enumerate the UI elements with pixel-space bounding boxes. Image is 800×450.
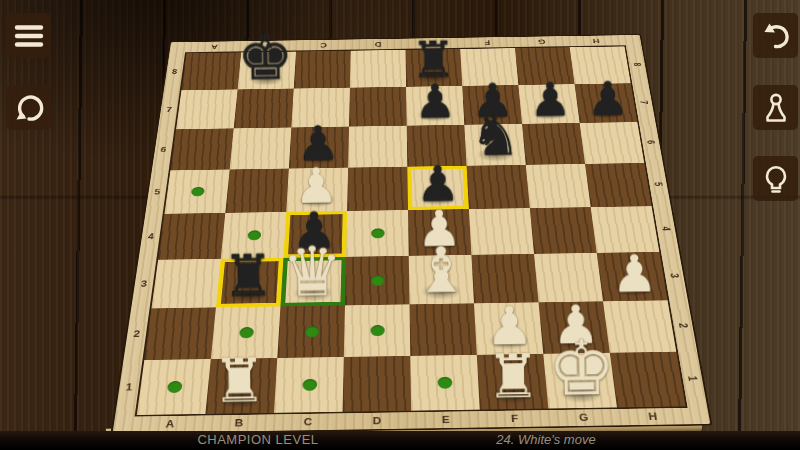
chess-board-scene: AABBCCDDEEFFGGHH1122334455667788 ♚♜♟♟♟♟♟… — [139, 0, 676, 450]
pawn-player-icon — [759, 91, 793, 125]
player-button[interactable] — [753, 85, 798, 130]
square-b7[interactable] — [234, 89, 294, 129]
piece-white-pawn-h3[interactable]: ♟ — [597, 252, 668, 301]
piece-white-queen-c3[interactable]: ♛ — [280, 257, 346, 307]
menu-button[interactable] — [6, 13, 51, 58]
square-g7[interactable] — [518, 84, 579, 124]
status-bar: CHAMPION LEVEL 24. White's move — [0, 431, 800, 450]
square-e7[interactable] — [406, 86, 464, 126]
black-rook-glyph: ♜ — [215, 249, 280, 304]
square-d8[interactable] — [350, 50, 406, 88]
chess-board: AABBCCDDEEFFGGHH1122334455667788 ♚♜♟♟♟♟♟… — [110, 34, 712, 435]
white-pawn-glyph: ♟ — [602, 249, 667, 299]
rank-label-right-6: 6 — [620, 135, 681, 150]
file-label-top-G: G — [514, 35, 570, 48]
square-e6[interactable] — [407, 125, 467, 167]
square-e8[interactable] — [405, 49, 462, 87]
restart-button[interactable] — [6, 85, 51, 130]
piece-white-rook-b1[interactable]: ♜ — [205, 358, 277, 414]
square-c6[interactable] — [289, 127, 349, 169]
square-g6[interactable] — [522, 123, 585, 165]
white-rook-glyph: ♜ — [205, 352, 274, 411]
hint-button[interactable] — [753, 156, 798, 201]
white-queen-glyph: ♛ — [280, 238, 345, 304]
square-b8[interactable] — [238, 52, 296, 90]
file-label-top-D: D — [351, 38, 406, 51]
undo-arrow-icon — [760, 20, 792, 52]
square-g5[interactable] — [526, 164, 591, 208]
restart-circular-arrow-icon — [13, 92, 45, 124]
square-f8[interactable] — [460, 48, 518, 86]
square-a7[interactable] — [176, 89, 238, 129]
piece-white-bishop-e3[interactable]: ♝ — [409, 255, 474, 305]
square-a8[interactable] — [181, 52, 241, 90]
rank-label-right-5: 5 — [627, 176, 690, 192]
square-f6[interactable] — [464, 124, 525, 166]
square-a5[interactable] — [164, 169, 229, 213]
move-dot-a5[interactable] — [190, 187, 204, 197]
file-label-top-C: C — [296, 38, 351, 51]
square-d5[interactable] — [347, 167, 408, 211]
white-king-glyph: ♚ — [547, 332, 617, 406]
square-b5[interactable] — [225, 169, 289, 213]
square-d7[interactable] — [349, 87, 407, 127]
level-label: CHAMPION LEVEL — [197, 432, 318, 447]
square-f5[interactable] — [467, 165, 530, 209]
square-a6[interactable] — [170, 128, 233, 170]
light-bulb-icon — [759, 162, 793, 196]
rank-label-right-8: 8 — [608, 58, 666, 71]
rank-label-right-7: 7 — [614, 95, 673, 109]
file-label-top-A: A — [187, 40, 243, 53]
piece-white-rook-f1[interactable]: ♜ — [477, 354, 549, 410]
chess-app-screen: AABBCCDDEEFFGGHH1122334455667788 ♚♜♟♟♟♟♟… — [0, 0, 800, 450]
piece-black-rook-b3[interactable]: ♜ — [216, 258, 283, 308]
square-c7[interactable] — [291, 88, 350, 128]
square-b6[interactable] — [230, 127, 292, 169]
square-c8[interactable] — [294, 51, 351, 89]
file-label-top-B: B — [241, 39, 296, 52]
move-indicator: 24. White's move — [496, 432, 595, 447]
hamburger-menu-icon — [14, 23, 44, 49]
white-rook-glyph: ♜ — [479, 348, 548, 407]
square-d6[interactable] — [348, 126, 407, 168]
file-label-top-F: F — [460, 36, 515, 49]
square-f7[interactable] — [462, 85, 522, 125]
square-g8[interactable] — [515, 47, 575, 85]
undo-button[interactable] — [753, 13, 798, 58]
white-bishop-glyph: ♝ — [409, 241, 474, 301]
piece-white-king-g1[interactable]: ♚ — [543, 353, 617, 409]
file-label-top-H: H — [568, 34, 624, 47]
file-label-top-E: E — [405, 37, 460, 50]
